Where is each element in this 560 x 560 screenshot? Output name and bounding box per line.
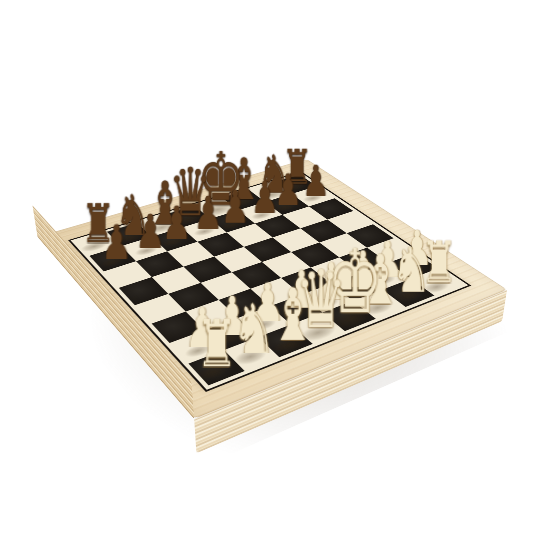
wooden-tray-box: ♜♞♝♛♚♝♞♜♟♟♟♟♟♟♟♟♟♟♟♟♟♟♟♟♜♞♝♛♚♝♞♜: [38, 159, 508, 419]
rook-glyph: ♜: [195, 318, 236, 373]
pawn-glyph: ♟: [100, 222, 131, 263]
piece-white-rook-a1[interactable]: ♜: [178, 255, 253, 368]
chess-set-photo: ♜♞♝♛♚♝♞♜♟♟♟♟♟♟♟♟♟♟♟♟♟♟♟♟♜♞♝♛♚♝♞♜: [0, 0, 560, 560]
piece-black-pawn-a7[interactable]: ♟: [84, 164, 148, 260]
